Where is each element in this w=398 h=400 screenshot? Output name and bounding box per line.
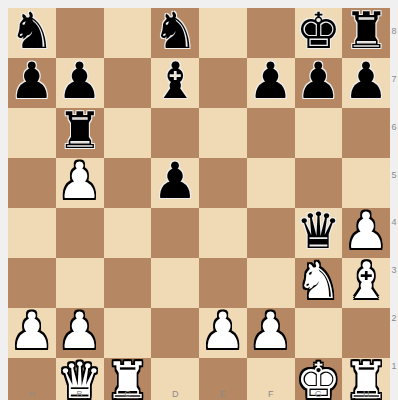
chess-app: ♞♞♚♜♟♟♝♟♟♟♜♟♟♛♟♞♝♟♟♟♟♛♜♚♜ 87654321 ABCDE… bbox=[0, 0, 398, 400]
square-d6[interactable] bbox=[151, 108, 199, 158]
white-pawn-piece: ♟ bbox=[57, 156, 102, 206]
square-h5[interactable] bbox=[342, 158, 390, 208]
square-f7[interactable]: ♟ bbox=[247, 58, 295, 108]
rank-label-1: 1 bbox=[390, 342, 398, 390]
black-knight-piece: ♞ bbox=[153, 6, 198, 56]
square-a7[interactable]: ♟ bbox=[8, 58, 56, 108]
square-b7[interactable]: ♟ bbox=[56, 58, 104, 108]
square-a3[interactable] bbox=[8, 258, 56, 308]
black-pawn-piece: ♟ bbox=[57, 56, 102, 106]
black-pawn-piece: ♟ bbox=[153, 156, 198, 206]
square-c3[interactable] bbox=[104, 258, 152, 308]
file-label-e: E bbox=[199, 390, 247, 400]
square-c4[interactable] bbox=[104, 208, 152, 258]
square-b3[interactable] bbox=[56, 258, 104, 308]
square-g2[interactable] bbox=[295, 308, 343, 358]
square-h2[interactable] bbox=[342, 308, 390, 358]
black-rook-piece: ♜ bbox=[344, 6, 389, 56]
file-labels: ABCDEFGH bbox=[8, 390, 390, 400]
rank-label-2: 2 bbox=[390, 295, 398, 343]
black-queen-piece: ♛ bbox=[296, 206, 341, 256]
square-a6[interactable] bbox=[8, 108, 56, 158]
square-c6[interactable] bbox=[104, 108, 152, 158]
square-c2[interactable] bbox=[104, 308, 152, 358]
square-b5[interactable]: ♟ bbox=[56, 158, 104, 208]
square-f6[interactable] bbox=[247, 108, 295, 158]
white-pawn-piece: ♟ bbox=[57, 306, 102, 356]
square-e5[interactable] bbox=[199, 158, 247, 208]
square-a2[interactable]: ♟ bbox=[8, 308, 56, 358]
square-g3[interactable]: ♞ bbox=[295, 258, 343, 308]
black-knight-piece: ♞ bbox=[9, 6, 54, 56]
square-b2[interactable]: ♟ bbox=[56, 308, 104, 358]
square-h3[interactable]: ♝ bbox=[342, 258, 390, 308]
file-label-g: G bbox=[295, 390, 343, 400]
white-knight-piece: ♞ bbox=[296, 256, 341, 306]
rank-labels: 87654321 bbox=[390, 8, 398, 390]
square-e3[interactable] bbox=[199, 258, 247, 308]
square-h8[interactable]: ♜ bbox=[342, 8, 390, 58]
square-g5[interactable] bbox=[295, 158, 343, 208]
black-pawn-piece: ♟ bbox=[248, 56, 293, 106]
square-d8[interactable]: ♞ bbox=[151, 8, 199, 58]
black-rook-piece: ♜ bbox=[57, 106, 102, 156]
square-h4[interactable]: ♟ bbox=[342, 208, 390, 258]
square-d5[interactable]: ♟ bbox=[151, 158, 199, 208]
square-c5[interactable] bbox=[104, 158, 152, 208]
square-d7[interactable]: ♝ bbox=[151, 58, 199, 108]
black-pawn-piece: ♟ bbox=[344, 56, 389, 106]
square-d4[interactable] bbox=[151, 208, 199, 258]
black-pawn-piece: ♟ bbox=[9, 56, 54, 106]
file-label-a: A bbox=[8, 390, 56, 400]
file-label-h: H bbox=[342, 390, 390, 400]
white-pawn-piece: ♟ bbox=[200, 306, 245, 356]
square-d3[interactable] bbox=[151, 258, 199, 308]
square-a5[interactable] bbox=[8, 158, 56, 208]
rank-label-4: 4 bbox=[390, 199, 398, 247]
square-a8[interactable]: ♞ bbox=[8, 8, 56, 58]
square-a4[interactable] bbox=[8, 208, 56, 258]
file-label-d: D bbox=[151, 390, 199, 400]
square-f5[interactable] bbox=[247, 158, 295, 208]
square-e8[interactable] bbox=[199, 8, 247, 58]
square-g6[interactable] bbox=[295, 108, 343, 158]
rank-label-3: 3 bbox=[390, 247, 398, 295]
square-f4[interactable] bbox=[247, 208, 295, 258]
white-pawn-piece: ♟ bbox=[248, 306, 293, 356]
square-g4[interactable]: ♛ bbox=[295, 208, 343, 258]
rank-label-8: 8 bbox=[390, 8, 398, 56]
square-f3[interactable] bbox=[247, 258, 295, 308]
square-e2[interactable]: ♟ bbox=[199, 308, 247, 358]
black-king-piece: ♚ bbox=[296, 6, 341, 56]
black-bishop-piece: ♝ bbox=[153, 56, 198, 106]
square-e7[interactable] bbox=[199, 58, 247, 108]
square-e6[interactable] bbox=[199, 108, 247, 158]
square-e4[interactable] bbox=[199, 208, 247, 258]
square-h7[interactable]: ♟ bbox=[342, 58, 390, 108]
rank-label-5: 5 bbox=[390, 151, 398, 199]
square-b6[interactable]: ♜ bbox=[56, 108, 104, 158]
square-b8[interactable] bbox=[56, 8, 104, 58]
file-label-c: C bbox=[104, 390, 152, 400]
chess-board: ♞♞♚♜♟♟♝♟♟♟♜♟♟♛♟♞♝♟♟♟♟♛♜♚♜ bbox=[8, 8, 390, 390]
square-c8[interactable] bbox=[104, 8, 152, 58]
white-bishop-piece: ♝ bbox=[344, 256, 389, 306]
rank-label-6: 6 bbox=[390, 104, 398, 152]
white-pawn-piece: ♟ bbox=[9, 306, 54, 356]
square-f2[interactable]: ♟ bbox=[247, 308, 295, 358]
file-label-f: F bbox=[247, 390, 295, 400]
square-g7[interactable]: ♟ bbox=[295, 58, 343, 108]
square-d2[interactable] bbox=[151, 308, 199, 358]
square-c7[interactable] bbox=[104, 58, 152, 108]
white-pawn-piece: ♟ bbox=[344, 206, 389, 256]
file-label-b: B bbox=[56, 390, 104, 400]
square-g8[interactable]: ♚ bbox=[295, 8, 343, 58]
square-f8[interactable] bbox=[247, 8, 295, 58]
square-b4[interactable] bbox=[56, 208, 104, 258]
black-pawn-piece: ♟ bbox=[296, 56, 341, 106]
rank-label-7: 7 bbox=[390, 56, 398, 104]
square-h6[interactable] bbox=[342, 108, 390, 158]
